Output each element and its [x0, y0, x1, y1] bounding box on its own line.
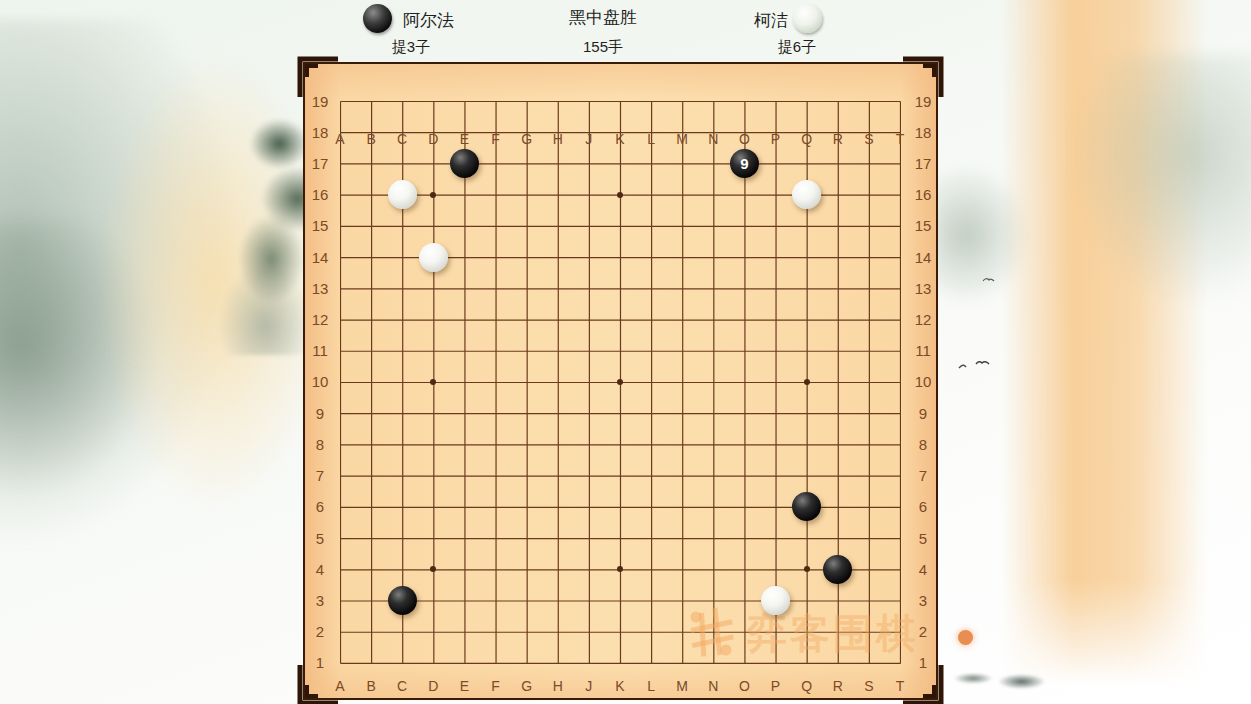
stone-black-R4[interactable]: [823, 555, 852, 584]
stone-black-C3[interactable]: [388, 586, 417, 615]
col-label: G: [511, 678, 542, 696]
stone-white-D14[interactable]: [419, 243, 448, 272]
mist-left: [0, 20, 250, 560]
white-player-stone-icon: [793, 4, 822, 33]
mist-top-right: [1075, 55, 1251, 305]
black-captures: 提3子: [375, 38, 447, 57]
stone-white-P3[interactable]: [761, 586, 790, 615]
move-number-label: 9: [740, 156, 748, 171]
stone-black-Q6[interactable]: [792, 492, 821, 521]
black-player-name: 阿尔法: [403, 9, 454, 32]
col-label: K: [604, 678, 635, 696]
peach-band-right: [1002, 0, 1207, 685]
col-label: L: [635, 678, 666, 696]
bird-icon: [982, 276, 995, 283]
stone-white-C16[interactable]: [388, 180, 417, 209]
col-label: P: [760, 678, 791, 696]
mist-left-dark: [0, 220, 160, 500]
mist-near-board: [933, 165, 1028, 305]
col-label: C: [387, 678, 418, 696]
col-label: T: [884, 678, 915, 696]
col-label: M: [667, 678, 698, 696]
sun-dot: [958, 630, 973, 645]
col-label: S: [853, 678, 884, 696]
go-board[interactable]: ABCDEFGHJKLMNOPQRST ABCDEFGHJKLMNOPQRST …: [303, 62, 938, 700]
col-label: D: [418, 678, 449, 696]
bird-icon: [975, 359, 991, 367]
stone-white-Q16[interactable]: [792, 180, 821, 209]
col-label: R: [822, 678, 853, 696]
col-label: J: [573, 678, 604, 696]
col-label: O: [729, 678, 760, 696]
black-player-stone-icon: [363, 4, 392, 33]
col-label: Q: [791, 678, 822, 696]
scene: 阿尔法 提3子 黑中盘胜 155手 柯洁 提6子 ABCDEFGHJKLMNOP…: [0, 0, 1251, 704]
col-label: A: [324, 678, 355, 696]
col-label: N: [698, 678, 729, 696]
white-captures: 提6子: [737, 38, 857, 57]
bird-icon: [958, 362, 976, 371]
col-label: H: [542, 678, 573, 696]
light-beam: [70, 30, 320, 590]
game-result: 黑中盘胜: [523, 6, 683, 29]
col-label: F: [480, 678, 511, 696]
move-count: 155手: [523, 38, 683, 57]
stone-black-O17[interactable]: 9: [730, 149, 759, 178]
rocks: [948, 664, 1063, 696]
col-label: B: [356, 678, 387, 696]
white-player-name: 柯洁: [718, 9, 788, 32]
col-label: E: [449, 678, 480, 696]
column-labels-bottom: ABCDEFGHJKLMNOPQRST: [324, 678, 915, 696]
stone-layer: 9: [324, 85, 915, 678]
stone-black-E17[interactable]: [450, 149, 479, 178]
